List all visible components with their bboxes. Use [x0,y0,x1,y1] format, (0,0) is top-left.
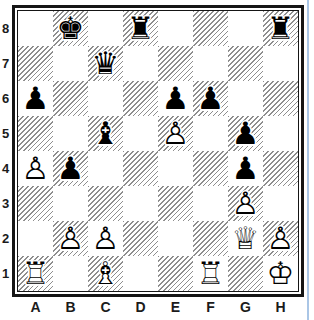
square-e5[interactable]: ♟♙ [158,116,193,151]
square-d4[interactable] [123,151,158,186]
square-f7[interactable] [193,46,228,81]
piece-black-king: ♚ [53,11,88,46]
square-c5[interactable]: ♝ [88,116,123,151]
square-d3[interactable] [123,186,158,221]
square-d1[interactable] [123,256,158,291]
piece-white-rook: ♖ [18,256,53,291]
rank-label: 6 [0,81,11,116]
square-f1[interactable]: ♜♖ [193,256,228,291]
piece-white-rook-fill: ♜ [18,256,53,291]
chess-diagram-page: 87654321 ♚♜♜♛♟♟♟♝♟♙♟♟♙♟♟♟♙♟♙♟♙♛♕♟♙♜♖♝♗♜♖… [0,0,314,320]
piece-white-pawn-fill: ♟ [158,116,193,151]
piece-white-queen: ♕ [228,221,263,256]
file-label: F [193,299,228,317]
piece-black-queen: ♛ [88,46,123,81]
piece-black-pawn: ♟ [18,81,53,116]
square-h2[interactable]: ♟♙ [263,221,298,256]
piece-black-pawn: ♟ [158,81,193,116]
chess-board-frame: ♚♜♜♛♟♟♟♝♟♙♟♟♙♟♟♟♙♟♙♟♙♛♕♟♙♜♖♝♗♜♖♚♔ [12,5,304,297]
file-label: E [158,299,193,317]
square-b5[interactable] [53,116,88,151]
square-c8[interactable] [88,11,123,46]
piece-white-bishop: ♗ [88,256,123,291]
file-label: H [263,299,298,317]
scan-edge-artifact [307,0,309,320]
piece-white-pawn: ♙ [263,221,298,256]
square-g7[interactable] [228,46,263,81]
square-b4[interactable]: ♟ [53,151,88,186]
square-f3[interactable] [193,186,228,221]
square-b6[interactable] [53,81,88,116]
square-g1[interactable] [228,256,263,291]
square-d5[interactable] [123,116,158,151]
square-e7[interactable] [158,46,193,81]
square-d8[interactable]: ♜ [123,11,158,46]
square-e3[interactable] [158,186,193,221]
square-b3[interactable] [53,186,88,221]
piece-white-pawn: ♙ [18,151,53,186]
piece-white-pawn-fill: ♟ [228,186,263,221]
file-labels: ABCDEFGH [18,299,298,317]
rank-label: 3 [0,186,11,221]
square-g3[interactable]: ♟♙ [228,186,263,221]
square-f6[interactable]: ♟ [193,81,228,116]
square-f8[interactable] [193,11,228,46]
square-h6[interactable] [263,81,298,116]
file-label: B [53,299,88,317]
square-h1[interactable]: ♚♔ [263,256,298,291]
square-e8[interactable] [158,11,193,46]
piece-black-pawn: ♟ [228,151,263,186]
piece-white-bishop-fill: ♝ [88,256,123,291]
square-e4[interactable] [158,151,193,186]
file-label: G [228,299,263,317]
file-label: D [123,299,158,317]
square-a7[interactable] [18,46,53,81]
square-d2[interactable] [123,221,158,256]
piece-white-pawn: ♙ [88,221,123,256]
piece-black-pawn: ♟ [53,151,88,186]
piece-white-pawn: ♙ [53,221,88,256]
square-g2[interactable]: ♛♕ [228,221,263,256]
piece-white-pawn-fill: ♟ [53,221,88,256]
rank-labels: 87654321 [0,11,11,291]
piece-white-pawn: ♙ [228,186,263,221]
piece-white-king: ♔ [263,256,298,291]
square-b1[interactable] [53,256,88,291]
square-d7[interactable] [123,46,158,81]
square-b2[interactable]: ♟♙ [53,221,88,256]
square-g5[interactable]: ♟ [228,116,263,151]
square-c3[interactable] [88,186,123,221]
square-c1[interactable]: ♝♗ [88,256,123,291]
rank-label: 1 [0,256,11,291]
square-a8[interactable] [18,11,53,46]
piece-white-rook-fill: ♜ [193,256,228,291]
square-a4[interactable]: ♟♙ [18,151,53,186]
square-d6[interactable] [123,81,158,116]
square-g4[interactable]: ♟ [228,151,263,186]
rank-label: 4 [0,151,11,186]
piece-white-king-fill: ♚ [263,256,298,291]
square-b7[interactable] [53,46,88,81]
piece-white-pawn-fill: ♟ [18,151,53,186]
piece-white-queen-fill: ♛ [228,221,263,256]
file-label: C [88,299,123,317]
square-h7[interactable] [263,46,298,81]
rank-label: 5 [0,116,11,151]
piece-black-rook: ♜ [263,11,298,46]
file-label: A [18,299,53,317]
square-c7[interactable]: ♛ [88,46,123,81]
rank-label: 8 [0,11,11,46]
square-f2[interactable] [193,221,228,256]
square-c4[interactable] [88,151,123,186]
square-a1[interactable]: ♜♖ [18,256,53,291]
rank-label: 2 [0,221,11,256]
piece-black-pawn: ♟ [228,116,263,151]
square-a3[interactable] [18,186,53,221]
piece-white-pawn-fill: ♟ [263,221,298,256]
piece-black-pawn: ♟ [193,81,228,116]
square-h4[interactable] [263,151,298,186]
piece-white-rook: ♖ [193,256,228,291]
square-h8[interactable]: ♜ [263,11,298,46]
piece-white-pawn: ♙ [158,116,193,151]
chess-board: ♚♜♜♛♟♟♟♝♟♙♟♟♙♟♟♟♙♟♙♟♙♛♕♟♙♜♖♝♗♜♖♚♔ [17,10,299,292]
square-e6[interactable]: ♟ [158,81,193,116]
square-h3[interactable] [263,186,298,221]
square-c6[interactable] [88,81,123,116]
square-c2[interactable]: ♟♙ [88,221,123,256]
piece-white-pawn-fill: ♟ [88,221,123,256]
square-a2[interactable] [18,221,53,256]
piece-black-rook: ♜ [123,11,158,46]
square-h5[interactable] [263,116,298,151]
rank-label: 7 [0,46,11,81]
square-b8[interactable]: ♚ [53,11,88,46]
square-e2[interactable] [158,221,193,256]
square-g8[interactable] [228,11,263,46]
square-f4[interactable] [193,151,228,186]
piece-black-bishop: ♝ [88,116,123,151]
square-g6[interactable] [228,81,263,116]
square-e1[interactable] [158,256,193,291]
square-a5[interactable] [18,116,53,151]
square-a6[interactable]: ♟ [18,81,53,116]
square-f5[interactable] [193,116,228,151]
